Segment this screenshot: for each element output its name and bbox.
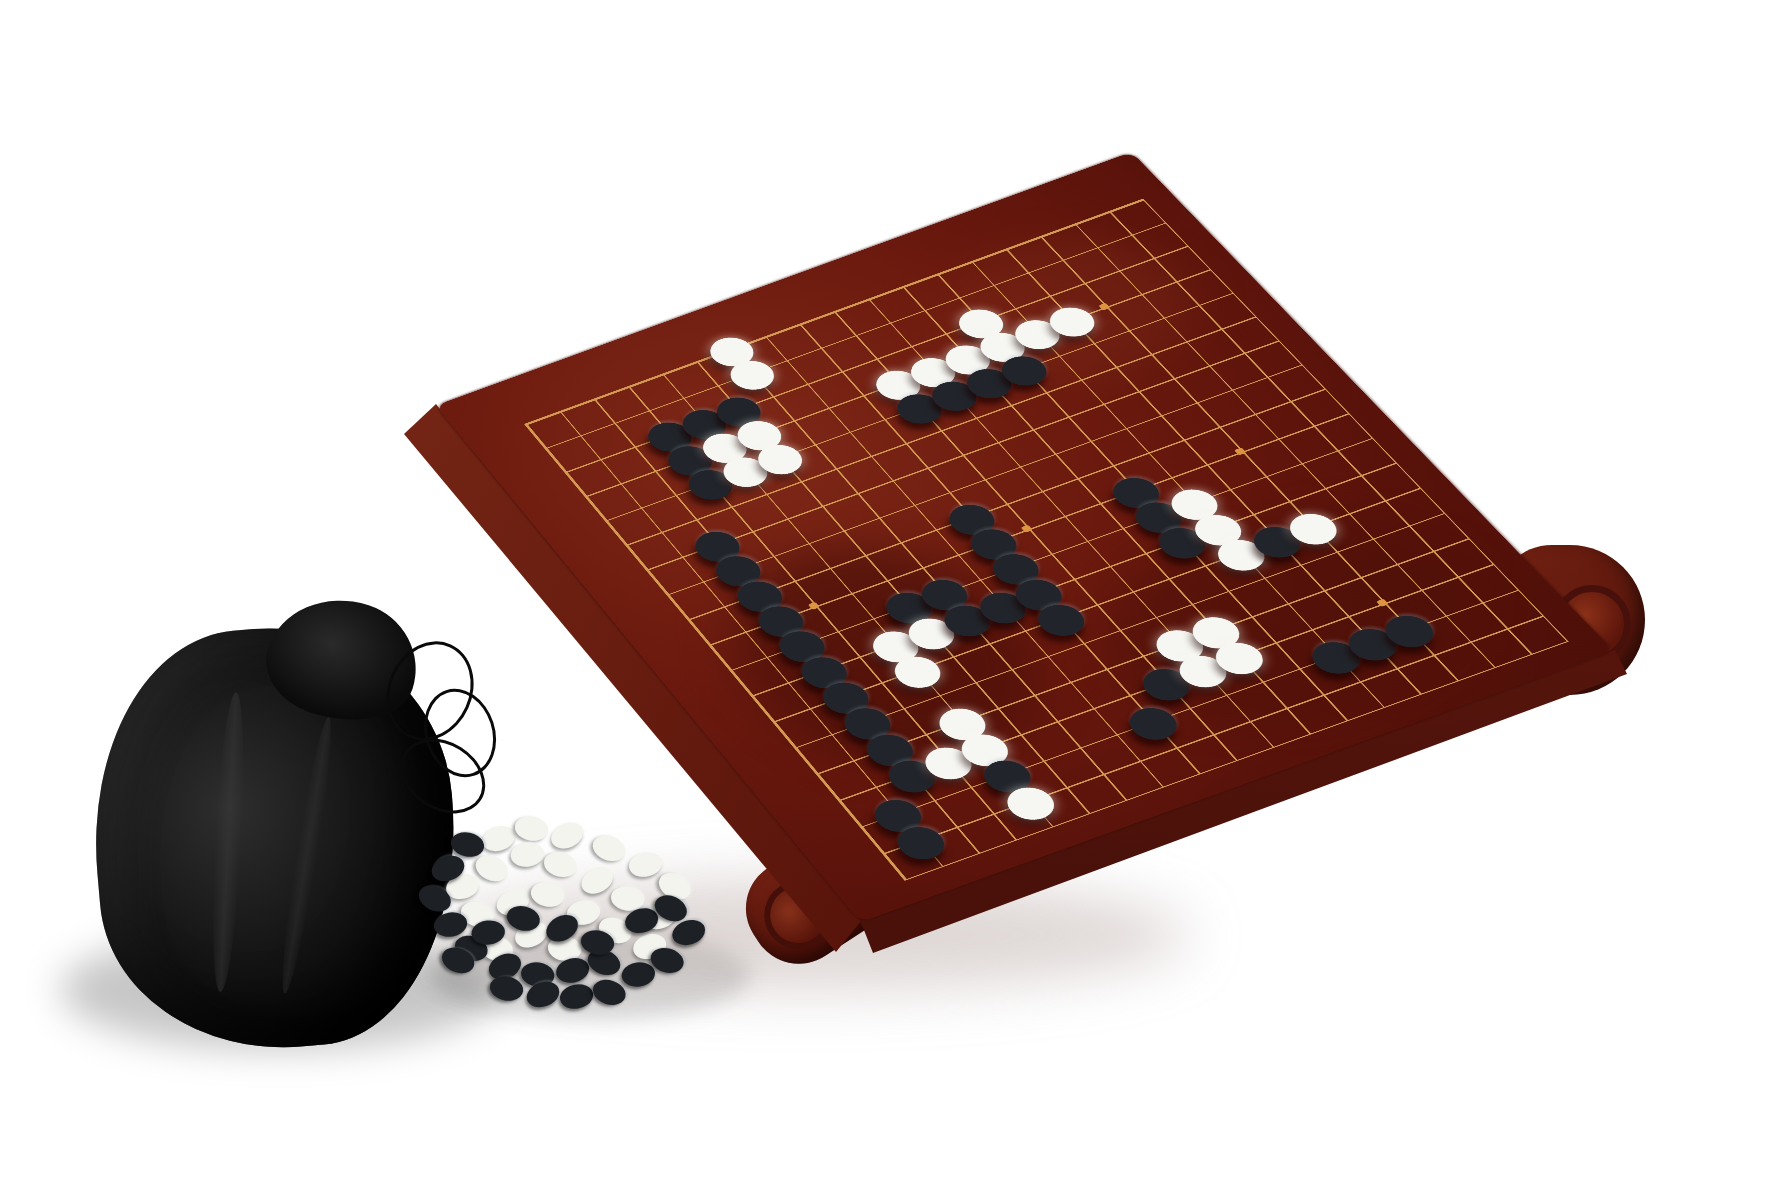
pile-black-stone[interactable]: ● xyxy=(467,914,510,947)
pile-black-stone[interactable]: ● xyxy=(587,970,634,1010)
go-board[interactable]: ●●●●●●●●●●●●●●●●●●●●●●●●●●●●●●●●●●●●●●●●… xyxy=(436,152,1614,922)
bag-fold xyxy=(275,715,339,995)
bag-fold xyxy=(207,692,249,993)
pile-black-stone[interactable]: ● xyxy=(485,968,529,1003)
product-photo-background: { "game": "go", "scene": "product photo:… xyxy=(0,0,1765,1200)
